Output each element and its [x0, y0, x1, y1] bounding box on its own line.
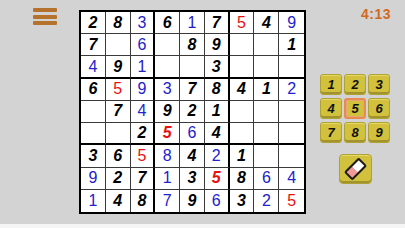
cell-r6c2[interactable] [106, 123, 131, 145]
numpad-key-8[interactable]: 8 [344, 122, 366, 143]
cell-r2c6[interactable]: 9 [205, 34, 230, 56]
cell-r4c2[interactable]: 5 [106, 79, 131, 101]
cell-r2c2[interactable] [106, 34, 131, 56]
cell-r8c4[interactable]: 1 [155, 168, 180, 190]
cell-r9c6[interactable]: 6 [205, 190, 230, 212]
cell-r5c6[interactable]: 1 [205, 101, 230, 123]
cell-r6c4[interactable]: 5 [155, 123, 180, 145]
cell-r9c8[interactable]: 2 [254, 190, 279, 212]
sudoku-app-screen: 4:13 28361754976891491365937841274921256… [0, 0, 405, 228]
cell-r2c4[interactable] [155, 34, 180, 56]
cell-r7c1[interactable]: 3 [81, 145, 106, 167]
cell-r9c5[interactable]: 9 [180, 190, 205, 212]
cell-r8c6[interactable]: 5 [205, 168, 230, 190]
menu-bar [33, 21, 57, 25]
cell-r1c8[interactable]: 4 [254, 12, 279, 34]
number-pad: 123456789 [320, 74, 390, 143]
cell-r9c2[interactable]: 4 [106, 190, 131, 212]
cell-r5c8[interactable] [254, 101, 279, 123]
cell-r1c9[interactable]: 9 [279, 12, 304, 34]
cell-r4c7[interactable]: 4 [230, 79, 255, 101]
cell-r7c2[interactable]: 6 [106, 145, 131, 167]
menu-bar [33, 8, 57, 12]
cell-r7c5[interactable]: 4 [180, 145, 205, 167]
cell-r1c5[interactable]: 1 [180, 12, 205, 34]
cell-r3c8[interactable] [254, 56, 279, 78]
cell-r1c6[interactable]: 7 [205, 12, 230, 34]
hamburger-menu-icon[interactable] [33, 8, 57, 25]
cell-r8c8[interactable]: 6 [254, 168, 279, 190]
cell-r5c3[interactable]: 4 [131, 101, 156, 123]
cell-r5c4[interactable]: 9 [155, 101, 180, 123]
eraser-button[interactable] [339, 154, 372, 184]
cell-r6c9[interactable] [279, 123, 304, 145]
cell-r7c8[interactable] [254, 145, 279, 167]
cell-r1c4[interactable]: 6 [155, 12, 180, 34]
numpad-key-6[interactable]: 6 [368, 98, 390, 119]
cell-r9c7[interactable]: 3 [230, 190, 255, 212]
cell-r1c3[interactable]: 3 [131, 12, 156, 34]
numpad-key-2[interactable]: 2 [344, 74, 366, 95]
cell-r2c3[interactable]: 6 [131, 34, 156, 56]
cell-r1c7[interactable]: 5 [230, 12, 255, 34]
cell-r3c6[interactable]: 3 [205, 56, 230, 78]
cell-r7c6[interactable]: 2 [205, 145, 230, 167]
cell-r4c1[interactable]: 6 [81, 79, 106, 101]
numpad-key-1[interactable]: 1 [320, 74, 342, 95]
sudoku-board: 2836175497689149136593784127492125643658… [79, 10, 306, 214]
cell-r6c8[interactable] [254, 123, 279, 145]
cell-r7c9[interactable] [279, 145, 304, 167]
cell-r6c1[interactable] [81, 123, 106, 145]
cell-r5c1[interactable] [81, 101, 106, 123]
bottom-edge [0, 224, 405, 228]
cell-r4c3[interactable]: 9 [131, 79, 156, 101]
menu-bar [33, 15, 57, 19]
cell-r6c3[interactable]: 2 [131, 123, 156, 145]
cell-r1c2[interactable]: 8 [106, 12, 131, 34]
cell-r2c1[interactable]: 7 [81, 34, 106, 56]
cell-r5c5[interactable]: 2 [180, 101, 205, 123]
numpad-key-9[interactable]: 9 [368, 122, 390, 143]
cell-r8c5[interactable]: 3 [180, 168, 205, 190]
numpad-key-5[interactable]: 5 [344, 98, 366, 119]
cell-r8c9[interactable]: 4 [279, 168, 304, 190]
cell-r2c7[interactable] [230, 34, 255, 56]
numpad-key-4[interactable]: 4 [320, 98, 342, 119]
numpad-key-3[interactable]: 3 [368, 74, 390, 95]
cell-r2c9[interactable]: 1 [279, 34, 304, 56]
eraser-icon [344, 157, 367, 180]
numpad-key-7[interactable]: 7 [320, 122, 342, 143]
cell-r3c7[interactable] [230, 56, 255, 78]
cell-r9c4[interactable]: 7 [155, 190, 180, 212]
cell-r3c1[interactable]: 4 [81, 56, 106, 78]
cell-r8c1[interactable]: 9 [81, 168, 106, 190]
cell-r5c2[interactable]: 7 [106, 101, 131, 123]
cell-r3c5[interactable] [180, 56, 205, 78]
cell-r5c7[interactable] [230, 101, 255, 123]
cell-r7c7[interactable]: 1 [230, 145, 255, 167]
cell-r3c4[interactable] [155, 56, 180, 78]
cell-r4c6[interactable]: 8 [205, 79, 230, 101]
cell-r9c3[interactable]: 8 [131, 190, 156, 212]
game-timer: 4:13 [361, 6, 391, 22]
cell-r2c8[interactable] [254, 34, 279, 56]
cell-r3c3[interactable]: 1 [131, 56, 156, 78]
cell-r4c5[interactable]: 7 [180, 79, 205, 101]
cell-r9c9[interactable]: 5 [279, 190, 304, 212]
cell-r7c4[interactable]: 8 [155, 145, 180, 167]
cell-r5c9[interactable] [279, 101, 304, 123]
cell-r2c5[interactable]: 8 [180, 34, 205, 56]
cell-r3c9[interactable] [279, 56, 304, 78]
cell-r8c7[interactable]: 8 [230, 168, 255, 190]
cell-r3c2[interactable]: 9 [106, 56, 131, 78]
cell-r4c9[interactable]: 2 [279, 79, 304, 101]
cell-r7c3[interactable]: 5 [131, 145, 156, 167]
cell-r8c3[interactable]: 7 [131, 168, 156, 190]
cell-r9c1[interactable]: 1 [81, 190, 106, 212]
cell-r6c6[interactable]: 4 [205, 123, 230, 145]
cell-r1c1[interactable]: 2 [81, 12, 106, 34]
cell-r8c2[interactable]: 2 [106, 168, 131, 190]
cell-r4c4[interactable]: 3 [155, 79, 180, 101]
cell-r6c7[interactable] [230, 123, 255, 145]
cell-r4c8[interactable]: 1 [254, 79, 279, 101]
cell-r6c5[interactable]: 6 [180, 123, 205, 145]
